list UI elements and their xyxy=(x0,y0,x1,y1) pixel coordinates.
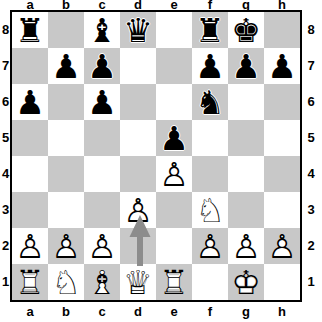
white-pawn: ♟♙ xyxy=(48,228,84,264)
square-d3[interactable]: ♟♙ xyxy=(120,192,156,228)
square-c8[interactable]: ♝ xyxy=(84,12,120,48)
square-e3[interactable] xyxy=(156,192,192,228)
black-bishop: ♝ xyxy=(84,12,120,48)
black-pawn: ♟ xyxy=(48,48,84,84)
square-g6[interactable] xyxy=(228,84,264,120)
square-h2[interactable]: ♟♙ xyxy=(264,228,300,264)
white-knight: ♞♘ xyxy=(48,264,84,300)
square-c6[interactable]: ♟ xyxy=(84,84,120,120)
square-b8[interactable] xyxy=(48,12,84,48)
square-h8[interactable] xyxy=(264,12,300,48)
square-e2[interactable] xyxy=(156,228,192,264)
file-label-bottom-c: c xyxy=(84,303,120,322)
square-d4[interactable] xyxy=(120,156,156,192)
square-h7[interactable]: ♟ xyxy=(264,48,300,84)
square-g8[interactable]: ♚ xyxy=(228,12,264,48)
rank-label-left-8: 8 xyxy=(0,12,11,48)
square-h5[interactable] xyxy=(264,120,300,156)
square-g7[interactable]: ♟ xyxy=(228,48,264,84)
white-bishop: ♝♗ xyxy=(84,264,120,300)
black-pawn: ♟ xyxy=(84,84,120,120)
square-h4[interactable] xyxy=(264,156,300,192)
rank-label-left-5: 5 xyxy=(0,120,11,156)
square-f7[interactable]: ♟ xyxy=(192,48,228,84)
square-b4[interactable] xyxy=(48,156,84,192)
black-pawn: ♟ xyxy=(264,48,300,84)
square-h3[interactable] xyxy=(264,192,300,228)
file-label-bottom-d: d xyxy=(120,303,156,322)
black-rook: ♜ xyxy=(12,12,48,48)
black-pawn: ♟ xyxy=(84,48,120,84)
square-e6[interactable] xyxy=(156,84,192,120)
square-c2[interactable]: ♟♙ xyxy=(84,228,120,264)
file-label-top-a: a xyxy=(12,0,48,11)
white-rook: ♜♖ xyxy=(12,264,48,300)
file-label-top-h: h xyxy=(264,0,300,11)
board: ♜♝♛♜♚♟♟♟♟♟♟♟♞♟♟♙♟♙♞♘♟♙♟♙♟♙♟♙♟♙♟♙♜♖♞♘♝♗♛♕… xyxy=(10,10,302,302)
file-label-bottom-g: g xyxy=(228,303,264,322)
square-h6[interactable] xyxy=(264,84,300,120)
square-f6[interactable]: ♞ xyxy=(192,84,228,120)
rank-label-left-3: 3 xyxy=(0,192,11,228)
square-a1[interactable]: ♜♖ xyxy=(12,264,48,300)
square-a8[interactable]: ♜ xyxy=(12,12,48,48)
square-a4[interactable] xyxy=(12,156,48,192)
file-label-top-e: e xyxy=(156,0,192,11)
rank-label-right-3: 3 xyxy=(303,192,319,228)
chess-diagram: ♜♝♛♜♚♟♟♟♟♟♟♟♞♟♟♙♟♙♞♘♟♙♟♙♟♙♟♙♟♙♟♙♜♖♞♘♝♗♛♕… xyxy=(0,0,322,322)
black-queen: ♛ xyxy=(120,12,156,48)
square-d8[interactable]: ♛ xyxy=(120,12,156,48)
white-pawn: ♟♙ xyxy=(12,228,48,264)
square-f2[interactable]: ♟♙ xyxy=(192,228,228,264)
square-h1[interactable] xyxy=(264,264,300,300)
file-label-bottom-a: a xyxy=(12,303,48,322)
square-b1[interactable]: ♞♘ xyxy=(48,264,84,300)
square-b6[interactable] xyxy=(48,84,84,120)
square-e7[interactable] xyxy=(156,48,192,84)
square-a6[interactable]: ♟ xyxy=(12,84,48,120)
square-d1[interactable]: ♛♕ xyxy=(120,264,156,300)
file-label-bottom-h: h xyxy=(264,303,300,322)
white-pawn: ♟♙ xyxy=(192,228,228,264)
square-g1[interactable]: ♚♔ xyxy=(228,264,264,300)
square-d2[interactable] xyxy=(120,228,156,264)
black-pawn: ♟ xyxy=(156,120,192,156)
rank-label-left-1: 1 xyxy=(0,264,11,300)
file-label-top-d: d xyxy=(120,0,156,11)
file-label-bottom-f: f xyxy=(192,303,228,322)
file-label-top-b: b xyxy=(48,0,84,11)
square-g3[interactable] xyxy=(228,192,264,228)
black-pawn: ♟ xyxy=(192,48,228,84)
file-label-bottom-e: e xyxy=(156,303,192,322)
square-e1[interactable]: ♜♖ xyxy=(156,264,192,300)
square-b3[interactable] xyxy=(48,192,84,228)
white-pawn: ♟♙ xyxy=(84,228,120,264)
rank-label-right-6: 6 xyxy=(303,84,319,120)
square-a7[interactable] xyxy=(12,48,48,84)
square-g2[interactable]: ♟♙ xyxy=(228,228,264,264)
file-label-top-f: f xyxy=(192,0,228,11)
black-rook: ♜ xyxy=(192,12,228,48)
square-f3[interactable]: ♞♘ xyxy=(192,192,228,228)
white-knight: ♞♘ xyxy=(192,192,228,228)
black-knight: ♞ xyxy=(192,84,228,120)
rank-label-right-7: 7 xyxy=(303,48,319,84)
rank-label-right-2: 2 xyxy=(303,228,319,264)
square-d7[interactable] xyxy=(120,48,156,84)
file-label-bottom-b: b xyxy=(48,303,84,322)
square-f8[interactable]: ♜ xyxy=(192,12,228,48)
square-b7[interactable]: ♟ xyxy=(48,48,84,84)
rank-label-left-6: 6 xyxy=(0,84,11,120)
white-pawn: ♟♙ xyxy=(228,228,264,264)
rank-label-right-5: 5 xyxy=(303,120,319,156)
black-pawn: ♟ xyxy=(228,48,264,84)
rank-label-left-4: 4 xyxy=(0,156,11,192)
square-c3[interactable] xyxy=(84,192,120,228)
white-pawn: ♟♙ xyxy=(120,192,156,228)
black-king: ♚ xyxy=(228,12,264,48)
square-a2[interactable]: ♟♙ xyxy=(12,228,48,264)
square-g5[interactable] xyxy=(228,120,264,156)
file-label-top-c: c xyxy=(84,0,120,11)
square-a5[interactable] xyxy=(12,120,48,156)
square-g4[interactable] xyxy=(228,156,264,192)
rank-label-right-1: 1 xyxy=(303,264,319,300)
square-b2[interactable]: ♟♙ xyxy=(48,228,84,264)
square-f1[interactable] xyxy=(192,264,228,300)
white-queen: ♛♕ xyxy=(120,264,156,300)
white-rook: ♜♖ xyxy=(156,264,192,300)
square-f4[interactable] xyxy=(192,156,228,192)
rank-label-left-7: 7 xyxy=(0,48,11,84)
rank-label-right-4: 4 xyxy=(303,156,319,192)
square-f5[interactable] xyxy=(192,120,228,156)
square-e8[interactable] xyxy=(156,12,192,48)
white-pawn: ♟♙ xyxy=(156,156,192,192)
square-e5[interactable]: ♟ xyxy=(156,120,192,156)
square-c4[interactable] xyxy=(84,156,120,192)
white-pawn: ♟♙ xyxy=(264,228,300,264)
square-c1[interactable]: ♝♗ xyxy=(84,264,120,300)
square-c5[interactable] xyxy=(84,120,120,156)
black-pawn: ♟ xyxy=(12,84,48,120)
square-d6[interactable] xyxy=(120,84,156,120)
square-c7[interactable]: ♟ xyxy=(84,48,120,84)
white-king: ♚♔ xyxy=(228,264,264,300)
rank-label-left-2: 2 xyxy=(0,228,11,264)
file-label-top-g: g xyxy=(228,0,264,11)
square-e4[interactable]: ♟♙ xyxy=(156,156,192,192)
square-d5[interactable] xyxy=(120,120,156,156)
square-b5[interactable] xyxy=(48,120,84,156)
square-a3[interactable] xyxy=(12,192,48,228)
rank-label-right-8: 8 xyxy=(303,12,319,48)
